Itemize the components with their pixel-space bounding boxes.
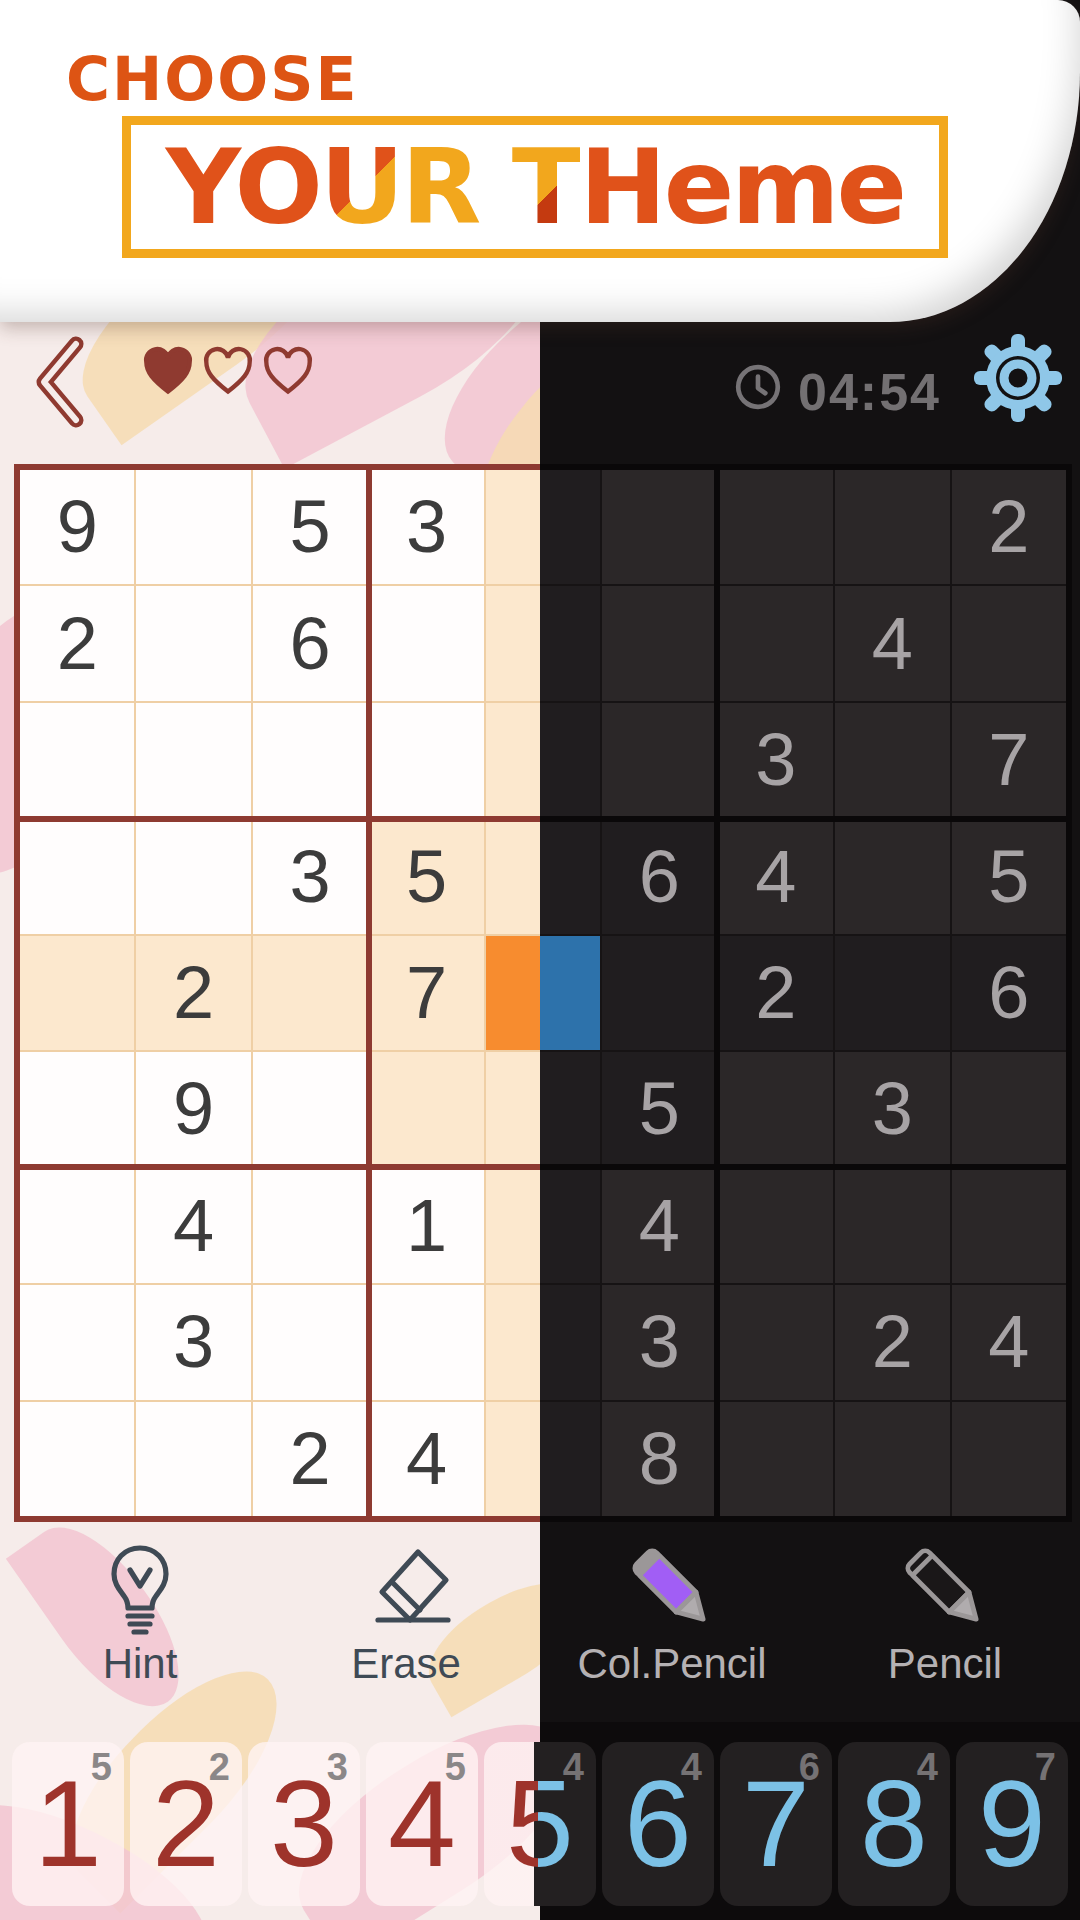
remaining-count-badge: 5 xyxy=(91,1746,112,1789)
sudoku-cell: 3 xyxy=(719,703,833,817)
sudoku-cell[interactable] xyxy=(136,819,250,933)
sudoku-cell[interactable] xyxy=(253,1285,367,1399)
sudoku-cell[interactable]: 9 xyxy=(136,1052,250,1166)
sudoku-cell xyxy=(835,936,949,1050)
numpad-key-4[interactable]: 45 xyxy=(366,1742,478,1906)
settings-gear-icon[interactable] xyxy=(972,332,1064,424)
back-button[interactable] xyxy=(26,334,90,430)
sudoku-cell xyxy=(719,470,833,584)
heart-filled-icon xyxy=(142,346,194,398)
sudoku-cell[interactable] xyxy=(136,703,250,817)
sudoku-cell xyxy=(835,1169,949,1283)
block-separator xyxy=(714,470,720,1516)
heart-outline-icon xyxy=(202,346,254,398)
numpad-key-8[interactable]: 84 xyxy=(838,1742,950,1906)
sudoku-cell[interactable] xyxy=(253,703,367,817)
sudoku-cell[interactable] xyxy=(369,1285,483,1399)
sudoku-cell: 5 xyxy=(952,819,1066,933)
hint-button[interactable]: Hint xyxy=(35,1540,245,1716)
sudoku-cell xyxy=(835,703,949,817)
pencil-label: Pencil xyxy=(888,1640,1002,1688)
sudoku-cell xyxy=(952,1402,1066,1516)
sudoku-cell[interactable] xyxy=(20,703,134,817)
sudoku-cell xyxy=(719,1402,833,1516)
sudoku-cell[interactable]: 3 xyxy=(136,1285,250,1399)
banner-letter: T xyxy=(512,126,580,248)
sudoku-cell[interactable]: 3 xyxy=(253,819,367,933)
sudoku-cell[interactable] xyxy=(20,1169,134,1283)
sudoku-cell xyxy=(952,1169,1066,1283)
colored-pencil-icon xyxy=(624,1540,720,1636)
sudoku-cell[interactable] xyxy=(369,703,483,817)
sudoku-cell xyxy=(719,1052,833,1166)
pencil-button[interactable]: Pencil xyxy=(835,1540,1055,1716)
sudoku-cell: 2 xyxy=(952,470,1066,584)
sudoku-cell xyxy=(835,470,949,584)
remaining-count-badge: 3 xyxy=(327,1746,348,1789)
colored-pencil-button[interactable]: Col.Pencil xyxy=(564,1540,780,1716)
sudoku-cell[interactable]: 2 xyxy=(20,586,134,700)
sudoku-cell[interactable] xyxy=(136,470,250,584)
block-separator xyxy=(366,470,372,1516)
sudoku-cell: 6 xyxy=(952,936,1066,1050)
sudoku-cell[interactable] xyxy=(20,1402,134,1516)
sudoku-cell xyxy=(602,703,716,817)
sudoku-cell[interactable]: 2 xyxy=(253,1402,367,1516)
sudoku-cell xyxy=(602,936,716,1050)
banner-letter: H xyxy=(580,126,664,248)
sudoku-cell xyxy=(719,1169,833,1283)
banner-letter: m xyxy=(731,126,836,248)
sudoku-cell: 3 xyxy=(602,1285,716,1399)
sudoku-cell: 5 xyxy=(602,1052,716,1166)
numpad-key-5[interactable]: 54 xyxy=(484,1742,596,1906)
sudoku-cell xyxy=(719,586,833,700)
sudoku-cell[interactable] xyxy=(20,936,134,1050)
numpad-key-9[interactable]: 97 xyxy=(956,1742,1068,1906)
sudoku-cell[interactable]: 4 xyxy=(136,1169,250,1283)
sudoku-cell: 7 xyxy=(952,703,1066,817)
lightbulb-icon xyxy=(92,1540,188,1636)
banner-letter: Y xyxy=(166,126,235,248)
number-pad: 152233455464768497 xyxy=(12,1742,1068,1906)
sudoku-cell xyxy=(835,1402,949,1516)
numpad-key-3[interactable]: 33 xyxy=(248,1742,360,1906)
banner-title-line2: YOUR THeme xyxy=(166,135,904,239)
remaining-count-badge: 7 xyxy=(1035,1746,1056,1789)
sudoku-cell[interactable]: 1 xyxy=(369,1169,483,1283)
clock-icon xyxy=(733,362,783,412)
remaining-count-badge: 6 xyxy=(799,1746,820,1789)
remaining-count-badge: 5 xyxy=(445,1746,466,1789)
theme-banner: CHOOSE YOUR THeme xyxy=(0,0,1080,322)
game-timer: 04:54 xyxy=(798,362,941,422)
sudoku-cell: 4 xyxy=(719,819,833,933)
remaining-count-badge: 4 xyxy=(681,1746,702,1789)
sudoku-cell[interactable] xyxy=(253,936,367,1050)
banner-letter: R xyxy=(401,126,478,248)
lives-hearts xyxy=(142,346,314,398)
sudoku-cell: 8 xyxy=(602,1402,716,1516)
sudoku-cell: 2 xyxy=(835,1285,949,1399)
sudoku-cell xyxy=(719,1285,833,1399)
pencil-icon xyxy=(897,1540,993,1636)
banner-title-line1: CHOOSE xyxy=(66,44,358,114)
sudoku-cell[interactable]: 4 xyxy=(369,1402,483,1516)
remaining-count-badge: 4 xyxy=(917,1746,938,1789)
sudoku-cell xyxy=(952,1052,1066,1166)
sudoku-cell[interactable]: 5 xyxy=(253,470,367,584)
sudoku-cell[interactable]: 7 xyxy=(369,936,483,1050)
banner-letter: U xyxy=(320,126,401,248)
sudoku-cell: 3 xyxy=(835,1052,949,1166)
sudoku-cell xyxy=(835,819,949,933)
sudoku-cell[interactable] xyxy=(20,1285,134,1399)
sudoku-cell xyxy=(602,586,716,700)
numpad-key-6[interactable]: 64 xyxy=(602,1742,714,1906)
sudoku-cell: 4 xyxy=(602,1169,716,1283)
erase-label: Erase xyxy=(351,1640,461,1688)
eraser-icon xyxy=(358,1540,454,1636)
banner-letter: e xyxy=(664,126,732,248)
theme-comparison-screen: 04:54 9532264373564527269534143324248 xyxy=(0,0,1080,1920)
sudoku-cell xyxy=(952,586,1066,700)
sudoku-cell: 2 xyxy=(719,936,833,1050)
hint-label: Hint xyxy=(103,1640,178,1688)
heart-outline-icon xyxy=(262,346,314,398)
sudoku-cell[interactable] xyxy=(253,1169,367,1283)
banner-title-box: YOUR THeme xyxy=(122,116,948,258)
sudoku-cell: 4 xyxy=(952,1285,1066,1399)
sudoku-cell[interactable] xyxy=(136,586,250,700)
sudoku-cell[interactable]: 6 xyxy=(253,586,367,700)
banner-letter: O xyxy=(234,126,319,248)
sudoku-cell[interactable] xyxy=(20,1052,134,1166)
remaining-count-badge: 4 xyxy=(563,1746,584,1789)
banner-letter: e xyxy=(837,126,905,248)
numpad-key-7[interactable]: 76 xyxy=(720,1742,832,1906)
numpad-key-1[interactable]: 15 xyxy=(12,1742,124,1906)
sudoku-cell[interactable] xyxy=(253,1052,367,1166)
sudoku-cell: 6 xyxy=(602,819,716,933)
sudoku-cell: 4 xyxy=(835,586,949,700)
erase-button[interactable]: Erase xyxy=(300,1540,512,1716)
sudoku-cell[interactable]: 9 xyxy=(20,470,134,584)
numpad-key-2[interactable]: 22 xyxy=(130,1742,242,1906)
banner-letter xyxy=(478,126,511,248)
sudoku-cell[interactable] xyxy=(369,1052,483,1166)
sudoku-cell[interactable]: 2 xyxy=(136,936,250,1050)
colored-pencil-label: Col.Pencil xyxy=(577,1640,766,1688)
sudoku-cell[interactable]: 5 xyxy=(369,819,483,933)
sudoku-cell[interactable] xyxy=(369,586,483,700)
sudoku-cell xyxy=(602,470,716,584)
remaining-count-badge: 2 xyxy=(209,1746,230,1789)
sudoku-cell[interactable] xyxy=(136,1402,250,1516)
sudoku-cell[interactable]: 3 xyxy=(369,470,483,584)
sudoku-cell[interactable] xyxy=(20,819,134,933)
